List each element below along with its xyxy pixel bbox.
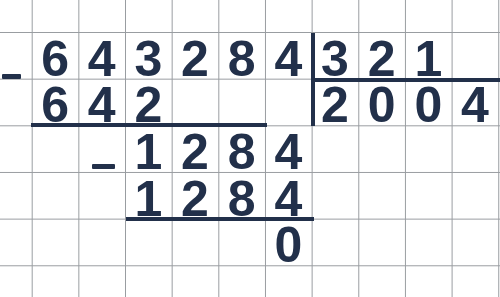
digit-cell-r4c3: 1 xyxy=(125,176,172,223)
digit-cell-r1c4: 2 xyxy=(172,36,219,83)
digit-cell-r1c5: 8 xyxy=(218,36,265,83)
digit-cell-r2c9: 0 xyxy=(405,82,452,129)
minus-sign-2 xyxy=(92,164,115,169)
digit-cell-r5c6: 0 xyxy=(265,222,312,269)
digit-cell-r3c6: 4 xyxy=(265,129,312,176)
digit-cell-r1c8: 2 xyxy=(358,36,405,83)
digit-cell-r1c1: 6 xyxy=(32,36,79,83)
digit-cell-r1c6: 4 xyxy=(265,36,312,83)
subtraction-underline-2 xyxy=(126,217,314,221)
division-grid: 6432843216422004128412840 xyxy=(0,32,498,265)
digit-cell-r3c3: 1 xyxy=(125,129,172,176)
digit-cell-r2c10: 4 xyxy=(452,82,499,129)
digit-cell-r1c2: 4 xyxy=(78,36,125,83)
digit-cell-r2c8: 0 xyxy=(358,82,405,129)
minus-sign-1 xyxy=(2,74,21,79)
division-worksheet: 6432843216422004128412840 xyxy=(0,0,500,297)
digit-cell-r3c4: 2 xyxy=(172,129,219,176)
digit-cell-r4c4: 2 xyxy=(172,176,219,223)
digit-cell-r2c7: 2 xyxy=(312,82,359,129)
digit-cell-r2c1: 6 xyxy=(32,82,79,129)
digit-cell-r4c5: 8 xyxy=(218,176,265,223)
digit-cell-r1c7: 3 xyxy=(312,36,359,83)
digit-cell-r2c2: 4 xyxy=(78,82,125,129)
division-bracket-horizontal-line xyxy=(311,78,500,82)
digit-cell-r1c9: 1 xyxy=(405,36,452,83)
digit-cell-r3c5: 8 xyxy=(218,129,265,176)
digit-cell-r1c3: 3 xyxy=(125,36,172,83)
digit-cell-r4c6: 4 xyxy=(265,176,312,223)
subtraction-underline-1 xyxy=(31,123,267,127)
digit-cell-r2c3: 2 xyxy=(125,82,172,129)
